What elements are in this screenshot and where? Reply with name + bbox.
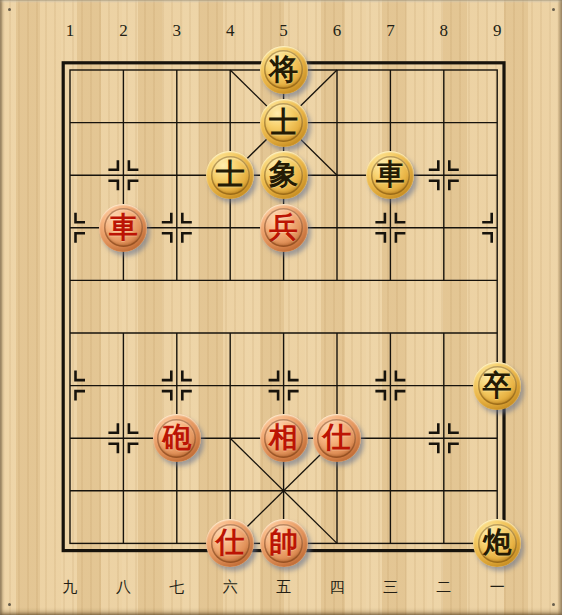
piece-red-兵[interactable]: 兵 — [260, 204, 308, 252]
piece-glyph: 仕 — [216, 518, 245, 566]
piece-glyph: 炮 — [483, 518, 512, 566]
piece-glyph: 卒 — [483, 361, 512, 409]
file-label-bottom-5: 五 — [271, 577, 297, 597]
piece-glyph: 帥 — [269, 518, 298, 566]
file-label-top-9: 9 — [484, 21, 510, 41]
file-label-bottom-7: 三 — [377, 577, 403, 597]
corner-pin-dot — [8, 603, 11, 606]
file-label-top-5: 5 — [271, 21, 297, 41]
pieces-layer: 将士士象車車兵卒砲相仕仕帥炮 — [43, 44, 524, 570]
file-label-top-7: 7 — [377, 21, 403, 41]
file-label-top-8: 8 — [431, 21, 457, 41]
piece-glyph: 将 — [269, 45, 298, 93]
piece-glyph: 士 — [216, 150, 245, 198]
piece-glyph: 仕 — [322, 413, 351, 461]
piece-glyph: 士 — [269, 98, 298, 146]
corner-pin-dot — [8, 8, 11, 11]
piece-glyph: 砲 — [162, 413, 191, 461]
xiangqi-board: 123456789 九八七六五四三二一 将士士象車車兵卒砲相仕仕帥炮 — [0, 0, 562, 615]
file-label-top-3: 3 — [164, 21, 190, 41]
file-label-top-4: 4 — [217, 21, 243, 41]
piece-black-炮[interactable]: 炮 — [473, 519, 521, 567]
piece-black-象[interactable]: 象 — [260, 151, 308, 199]
file-label-bottom-4: 六 — [217, 577, 243, 597]
piece-red-砲[interactable]: 砲 — [153, 414, 201, 462]
corner-pin-dot — [552, 8, 555, 11]
file-label-top-2: 2 — [110, 21, 136, 41]
file-label-bottom-9: 一 — [484, 577, 510, 597]
piece-glyph: 兵 — [269, 203, 298, 251]
piece-black-将[interactable]: 将 — [260, 46, 308, 94]
piece-red-帥[interactable]: 帥 — [260, 519, 308, 567]
file-label-bottom-2: 八 — [110, 577, 136, 597]
piece-red-仕[interactable]: 仕 — [313, 414, 361, 462]
file-label-top-6: 6 — [324, 21, 350, 41]
piece-glyph: 車 — [376, 150, 405, 198]
file-label-bottom-6: 四 — [324, 577, 350, 597]
piece-red-相[interactable]: 相 — [260, 414, 308, 462]
file-label-bottom-3: 七 — [164, 577, 190, 597]
piece-black-車[interactable]: 車 — [366, 151, 414, 199]
file-label-bottom-8: 二 — [431, 577, 457, 597]
piece-glyph: 車 — [109, 203, 138, 251]
corner-pin-dot — [552, 603, 555, 606]
file-label-bottom-1: 九 — [57, 577, 83, 597]
piece-black-士[interactable]: 士 — [206, 151, 254, 199]
piece-red-車[interactable]: 車 — [99, 204, 147, 252]
file-label-top-1: 1 — [57, 21, 83, 41]
piece-black-士[interactable]: 士 — [260, 99, 308, 147]
piece-glyph: 象 — [269, 150, 298, 198]
piece-black-卒[interactable]: 卒 — [473, 362, 521, 410]
piece-red-仕[interactable]: 仕 — [206, 519, 254, 567]
piece-glyph: 相 — [269, 413, 298, 461]
